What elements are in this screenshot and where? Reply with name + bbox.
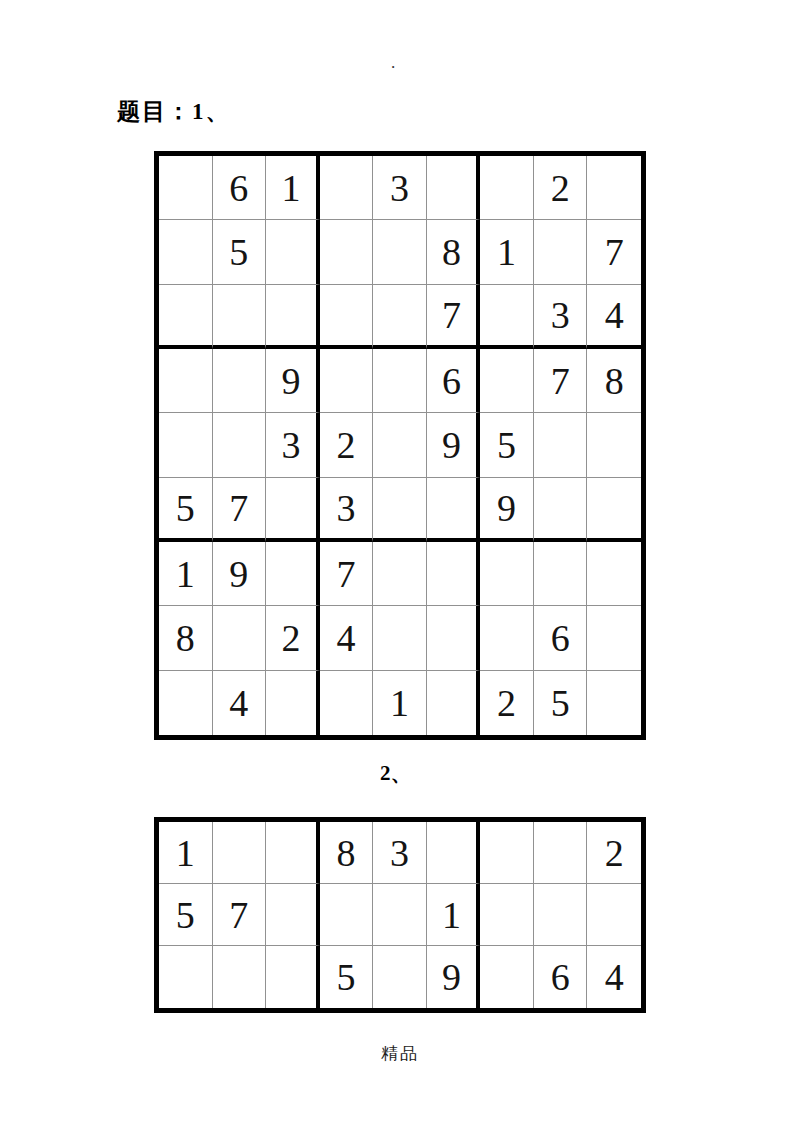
sudoku-cell-r4c3: 9 [266, 349, 320, 413]
sudoku-cell-r2c3 [266, 884, 320, 946]
sudoku-grid-1: 6132581773496783295573919782464125 [154, 151, 646, 740]
sudoku-cell-r2c4 [320, 884, 374, 946]
sudoku-cell-r3c3 [266, 946, 320, 1008]
sudoku-cell-r7c2: 9 [213, 542, 267, 606]
sudoku-cell-r5c6: 9 [427, 413, 481, 477]
sudoku-cell-r7c4: 7 [320, 542, 374, 606]
sudoku-cell-r7c5 [373, 542, 427, 606]
sudoku-cell-r1c9 [587, 156, 641, 220]
sudoku-cell-r1c5: 3 [373, 822, 427, 884]
sudoku-cell-r1c7 [480, 156, 534, 220]
sudoku-cell-r7c8 [534, 542, 588, 606]
sudoku-cell-r3c9: 4 [587, 946, 641, 1008]
sudoku-cell-r1c3 [266, 822, 320, 884]
sudoku-cell-r1c9: 2 [587, 822, 641, 884]
sudoku-cell-r2c6: 8 [427, 220, 481, 284]
sudoku-cell-r6c3 [266, 478, 320, 542]
sudoku-cell-r9c7: 2 [480, 671, 534, 735]
sudoku-cell-r8c3: 2 [266, 606, 320, 670]
sudoku-cell-r2c1: 5 [159, 884, 213, 946]
sudoku-cell-r2c9 [587, 884, 641, 946]
sudoku-cell-r9c2: 4 [213, 671, 267, 735]
document-page: . 题目：1、 61325817734967832955739197824641… [0, 0, 800, 1132]
sudoku-cell-r4c9: 8 [587, 349, 641, 413]
sudoku-cell-r9c8: 5 [534, 671, 588, 735]
sudoku-cell-r5c2 [213, 413, 267, 477]
sudoku-cell-r6c8 [534, 478, 588, 542]
sudoku-cell-r8c9 [587, 606, 641, 670]
sudoku-cell-r7c9 [587, 542, 641, 606]
sudoku-cell-r2c2: 5 [213, 220, 267, 284]
sudoku-cell-r8c4: 4 [320, 606, 374, 670]
sudoku-cell-r5c7: 5 [480, 413, 534, 477]
sudoku-cell-r3c6: 9 [427, 946, 481, 1008]
sudoku-cell-r1c3: 1 [266, 156, 320, 220]
sudoku-cell-r3c8: 6 [534, 946, 588, 1008]
sudoku-cell-r7c3 [266, 542, 320, 606]
sudoku-cell-r3c4 [320, 285, 374, 349]
sudoku-cell-r2c7 [480, 884, 534, 946]
sudoku-cell-r4c1 [159, 349, 213, 413]
sudoku-cell-r3c2 [213, 946, 267, 1008]
sudoku-cell-r5c5 [373, 413, 427, 477]
sudoku-cell-r2c6: 1 [427, 884, 481, 946]
sudoku-cell-r4c4 [320, 349, 374, 413]
sudoku-cell-r9c3 [266, 671, 320, 735]
sudoku-cell-r2c3 [266, 220, 320, 284]
sudoku-cell-r2c5 [373, 884, 427, 946]
sudoku-cell-r9c1 [159, 671, 213, 735]
stray-dot: . [391, 54, 395, 71]
sudoku-cell-r1c6 [427, 822, 481, 884]
sudoku-cell-r2c9: 7 [587, 220, 641, 284]
sudoku-cell-r3c8: 3 [534, 285, 588, 349]
sudoku-cell-r5c9 [587, 413, 641, 477]
sudoku-cell-r9c5: 1 [373, 671, 427, 735]
sudoku-cell-r6c2: 7 [213, 478, 267, 542]
sudoku-cell-r8c5 [373, 606, 427, 670]
sudoku-cell-r5c1 [159, 413, 213, 477]
sudoku-cell-r2c8 [534, 220, 588, 284]
sudoku-cell-r7c7 [480, 542, 534, 606]
sudoku-cell-r1c8: 2 [534, 156, 588, 220]
sudoku-cell-r6c7: 9 [480, 478, 534, 542]
sudoku-cell-r1c6 [427, 156, 481, 220]
sudoku-grid-2: 18325715964 [154, 817, 646, 1013]
sudoku-cell-r5c3: 3 [266, 413, 320, 477]
sudoku-cell-r2c2: 7 [213, 884, 267, 946]
sudoku-cell-r1c4: 8 [320, 822, 374, 884]
sudoku-cell-r3c1 [159, 285, 213, 349]
sudoku-cell-r9c9 [587, 671, 641, 735]
page-title: 题目：1、 [117, 96, 231, 127]
sudoku-cell-r9c6 [427, 671, 481, 735]
sudoku-cell-r6c4: 3 [320, 478, 374, 542]
sudoku-cell-r3c7 [480, 946, 534, 1008]
sudoku-cell-r2c1 [159, 220, 213, 284]
sudoku-cell-r6c1: 5 [159, 478, 213, 542]
puzzle-2-label: 2、 [380, 759, 412, 787]
sudoku-cell-r3c5 [373, 946, 427, 1008]
sudoku-cell-r2c7: 1 [480, 220, 534, 284]
sudoku-cell-r1c5: 3 [373, 156, 427, 220]
footer-watermark: 精品 [0, 1042, 800, 1065]
sudoku-cell-r1c1 [159, 156, 213, 220]
sudoku-cell-r1c1: 1 [159, 822, 213, 884]
sudoku-cell-r6c5 [373, 478, 427, 542]
sudoku-cell-r8c8: 6 [534, 606, 588, 670]
sudoku-cell-r3c1 [159, 946, 213, 1008]
sudoku-cell-r1c2 [213, 822, 267, 884]
sudoku-cell-r1c8 [534, 822, 588, 884]
sudoku-cell-r3c5 [373, 285, 427, 349]
sudoku-cell-r6c9 [587, 478, 641, 542]
sudoku-cell-r3c9: 4 [587, 285, 641, 349]
sudoku-cell-r1c4 [320, 156, 374, 220]
sudoku-cell-r8c7 [480, 606, 534, 670]
sudoku-cell-r4c7 [480, 349, 534, 413]
sudoku-cell-r4c2 [213, 349, 267, 413]
sudoku-cell-r8c6 [427, 606, 481, 670]
sudoku-cell-r6c6 [427, 478, 481, 542]
sudoku-cell-r1c7 [480, 822, 534, 884]
sudoku-cell-r9c4 [320, 671, 374, 735]
sudoku-cell-r2c8 [534, 884, 588, 946]
sudoku-cell-r3c2 [213, 285, 267, 349]
sudoku-cell-r5c8 [534, 413, 588, 477]
sudoku-cell-r4c8: 7 [534, 349, 588, 413]
sudoku-cell-r2c4 [320, 220, 374, 284]
sudoku-cell-r3c4: 5 [320, 946, 374, 1008]
sudoku-cell-r8c1: 8 [159, 606, 213, 670]
sudoku-cell-r8c2 [213, 606, 267, 670]
sudoku-cell-r1c2: 6 [213, 156, 267, 220]
sudoku-cell-r3c7 [480, 285, 534, 349]
sudoku-cell-r3c3 [266, 285, 320, 349]
sudoku-cell-r7c6 [427, 542, 481, 606]
sudoku-cell-r2c5 [373, 220, 427, 284]
sudoku-cell-r3c6: 7 [427, 285, 481, 349]
sudoku-cell-r7c1: 1 [159, 542, 213, 606]
sudoku-cell-r4c5 [373, 349, 427, 413]
sudoku-cell-r4c6: 6 [427, 349, 481, 413]
sudoku-cell-r5c4: 2 [320, 413, 374, 477]
